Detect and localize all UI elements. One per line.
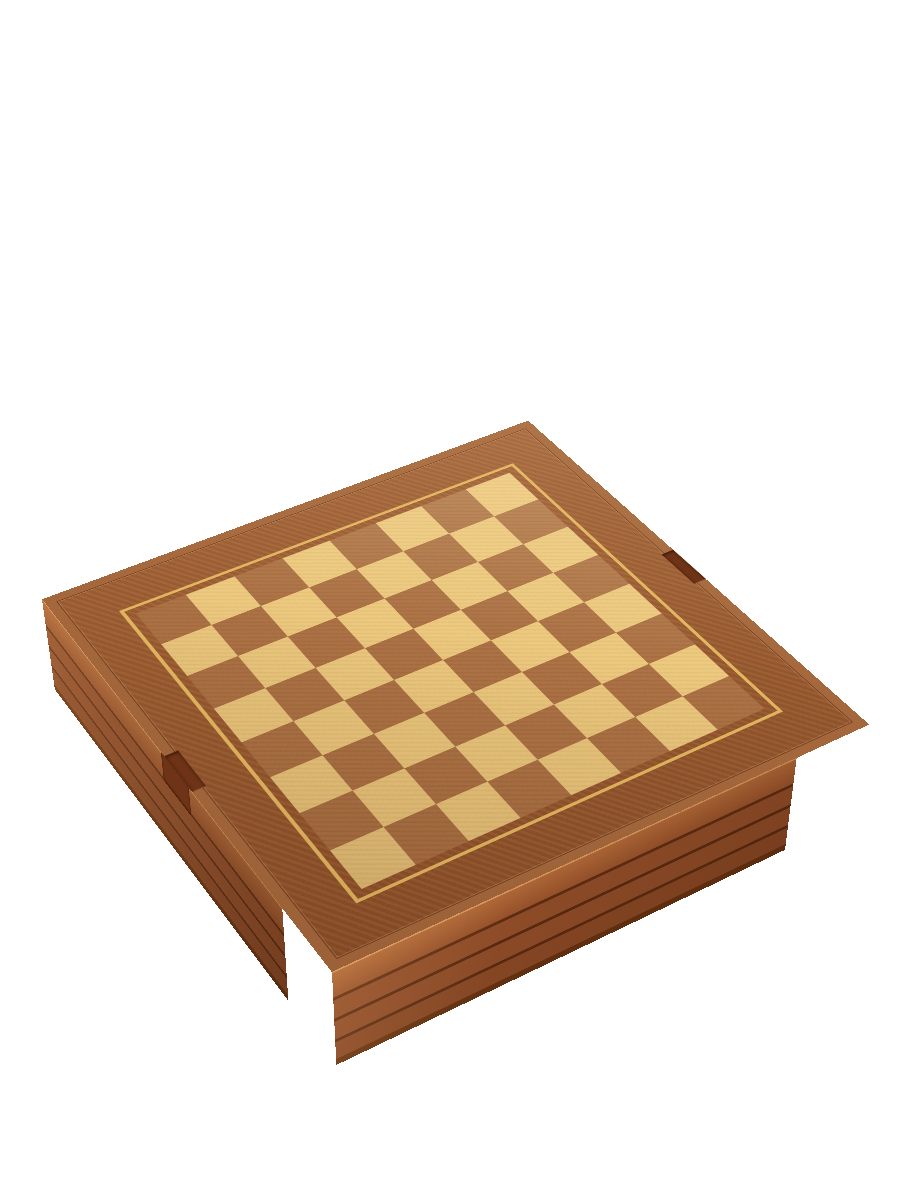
product-photo-canvas [0,0,900,1200]
scene [0,0,900,1200]
box-lid-top [42,421,869,973]
chess-box [42,421,869,973]
